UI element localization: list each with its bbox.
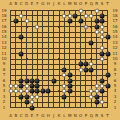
black-stone-M7[interactable] <box>67 73 72 78</box>
coord-label-top: E <box>31 2 34 6</box>
white-stone-B5[interactable] <box>13 83 18 88</box>
coord-label-top: Q <box>90 2 93 6</box>
black-stone-T11[interactable] <box>105 51 110 56</box>
coord-label-bottom: G <box>41 114 44 118</box>
coord-label-left: 3 <box>3 95 6 99</box>
grid-line-v <box>75 10 76 108</box>
coord-label-top: R <box>95 2 98 6</box>
white-stone-Q4[interactable] <box>89 89 94 94</box>
white-stone-D4[interactable] <box>24 89 29 94</box>
black-stone-J6[interactable] <box>51 78 56 83</box>
coord-label-right: 12 <box>112 46 117 50</box>
go-board[interactable]: AA1919BB1818CC1717DD1616EE1515FF1414GG13… <box>0 0 120 120</box>
white-stone-S12[interactable] <box>100 46 105 51</box>
black-stone-F4[interactable] <box>35 89 40 94</box>
coord-label-right: 16 <box>112 25 117 29</box>
star-point <box>58 90 60 92</box>
coord-label-bottom: C <box>20 114 23 118</box>
white-stone-R15[interactable] <box>94 30 99 35</box>
coord-label-bottom: S <box>101 114 104 118</box>
black-stone-N18[interactable] <box>73 13 78 18</box>
white-stone-E2[interactable] <box>30 100 35 105</box>
coord-label-top: A <box>9 2 12 6</box>
white-stone-S10[interactable] <box>100 57 105 62</box>
white-stone-L7[interactable] <box>62 73 67 78</box>
coord-label-left: 8 <box>3 68 6 72</box>
black-stone-Q8[interactable] <box>89 67 94 72</box>
white-stone-S14[interactable] <box>100 35 105 40</box>
white-stone-R5[interactable] <box>94 83 99 88</box>
black-stone-F6[interactable] <box>35 78 40 83</box>
grid-line-h <box>10 107 108 108</box>
black-stone-L3[interactable] <box>62 94 67 99</box>
black-stone-S17[interactable] <box>100 19 105 24</box>
coord-label-bottom: F <box>36 114 38 118</box>
black-stone-M5[interactable] <box>67 83 72 88</box>
coord-label-top: J <box>53 2 54 6</box>
black-stone-C14[interactable] <box>19 35 24 40</box>
white-stone-Q18[interactable] <box>89 13 94 18</box>
coord-label-right: 4 <box>114 89 117 93</box>
white-stone-C4[interactable] <box>19 89 24 94</box>
coord-label-right: 6 <box>114 79 117 83</box>
white-stone-S16[interactable] <box>100 24 105 29</box>
white-stone-O19[interactable] <box>78 8 83 13</box>
coord-label-bottom: D <box>25 114 28 118</box>
coord-label-bottom: A <box>9 114 12 118</box>
black-stone-B17[interactable] <box>13 19 18 24</box>
black-stone-S4[interactable] <box>100 89 105 94</box>
coord-label-left: 1 <box>3 106 6 110</box>
coord-label-left: 17 <box>1 19 6 23</box>
gray-stone-P16[interactable] <box>83 24 88 29</box>
coord-label-left: 14 <box>1 35 6 39</box>
black-stone-E1[interactable] <box>30 105 35 110</box>
coord-label-bottom: L <box>63 114 65 118</box>
black-stone-C3[interactable] <box>19 94 24 99</box>
coord-label-right: 11 <box>112 52 117 56</box>
coord-label-top: P <box>85 2 87 6</box>
black-stone-T5[interactable] <box>105 83 110 88</box>
coord-label-bottom: B <box>15 114 18 118</box>
black-stone-Q13[interactable] <box>89 40 94 45</box>
star-point <box>58 26 60 28</box>
coord-label-left: 7 <box>3 73 6 77</box>
coord-label-top: K <box>58 2 61 6</box>
coord-label-bottom: N <box>74 114 77 118</box>
coord-label-top: H <box>47 2 50 6</box>
coord-label-left: 11 <box>1 52 6 56</box>
black-stone-M6[interactable] <box>67 78 72 83</box>
black-stone-L8[interactable] <box>62 67 67 72</box>
coord-label-bottom: K <box>58 114 61 118</box>
coord-label-left: 18 <box>1 14 6 18</box>
grid-line-v <box>107 10 108 108</box>
white-stone-C18[interactable] <box>19 13 24 18</box>
white-stone-A5[interactable] <box>8 83 13 88</box>
coord-label-right: 15 <box>112 30 117 34</box>
coord-label-top: F <box>36 2 38 6</box>
star-point <box>90 26 92 28</box>
black-stone-P8[interactable] <box>83 67 88 72</box>
coord-label-right: 3 <box>114 95 117 99</box>
black-stone-T14[interactable] <box>105 35 110 40</box>
coord-label-right: 5 <box>114 84 117 88</box>
coord-label-left: 5 <box>3 84 6 88</box>
white-stone-S5[interactable] <box>100 83 105 88</box>
coord-label-right: 2 <box>114 100 117 104</box>
coord-label-top: N <box>74 2 77 6</box>
coord-label-left: 15 <box>1 30 6 34</box>
black-stone-R3[interactable] <box>94 94 99 99</box>
coord-label-right: 14 <box>112 35 117 39</box>
black-stone-E4[interactable] <box>30 89 35 94</box>
black-stone-R17[interactable] <box>94 19 99 24</box>
coord-label-right: 1 <box>114 106 117 110</box>
white-stone-L4[interactable] <box>62 89 67 94</box>
black-stone-C11[interactable] <box>19 51 24 56</box>
coord-label-top: B <box>15 2 18 6</box>
white-stone-S2[interactable] <box>100 100 105 105</box>
coord-label-right: 8 <box>114 68 117 72</box>
coord-label-top: T <box>106 2 108 6</box>
white-stone-L18[interactable] <box>62 13 67 18</box>
coord-label-bottom: J <box>53 114 54 118</box>
black-stone-T7[interactable] <box>105 73 110 78</box>
black-stone-D2[interactable] <box>24 100 29 105</box>
white-stone-D17[interactable] <box>24 19 29 24</box>
black-stone-M17[interactable] <box>67 19 72 24</box>
coord-label-right: 18 <box>112 14 117 18</box>
coord-label-top: O <box>79 2 82 6</box>
coord-label-top: M <box>68 2 71 6</box>
white-stone-O8[interactable] <box>78 67 83 72</box>
coord-label-bottom: R <box>95 114 98 118</box>
coord-label-left: 13 <box>1 41 6 45</box>
black-stone-C6[interactable] <box>19 78 24 83</box>
coord-label-top: L <box>63 2 65 6</box>
coord-label-right: 13 <box>112 41 117 45</box>
black-stone-M4[interactable] <box>67 89 72 94</box>
coord-label-bottom: O <box>79 114 82 118</box>
coord-label-right: 17 <box>112 19 117 23</box>
star-point <box>26 26 28 28</box>
coord-label-left: 6 <box>3 79 6 83</box>
white-stone-M18[interactable] <box>67 13 72 18</box>
black-stone-D3[interactable] <box>24 94 29 99</box>
coord-label-left: 9 <box>3 62 6 66</box>
coord-label-bottom: E <box>31 114 34 118</box>
black-stone-E6[interactable] <box>30 78 35 83</box>
black-stone-D6[interactable] <box>24 78 29 83</box>
coord-label-right: 9 <box>114 62 117 66</box>
coord-label-bottom: M <box>68 114 71 118</box>
coord-label-left: 2 <box>3 100 6 104</box>
coord-label-left: 16 <box>1 25 6 29</box>
star-point <box>58 58 60 60</box>
coord-label-top: S <box>101 2 104 6</box>
black-stone-C5[interactable] <box>19 83 24 88</box>
coord-label-left: 12 <box>1 46 6 50</box>
white-stone-A4[interactable] <box>8 89 13 94</box>
white-stone-D5[interactable] <box>24 83 29 88</box>
star-point <box>90 58 92 60</box>
black-stone-F5[interactable] <box>35 83 40 88</box>
black-stone-R16[interactable] <box>94 24 99 29</box>
coord-label-bottom: T <box>106 114 108 118</box>
coord-label-bottom: H <box>47 114 50 118</box>
black-stone-H4[interactable] <box>46 89 51 94</box>
white-stone-R4[interactable] <box>94 89 99 94</box>
black-stone-E5[interactable] <box>30 83 35 88</box>
white-stone-P18[interactable] <box>83 13 88 18</box>
coord-label-top: D <box>25 2 28 6</box>
white-stone-Q3[interactable] <box>89 94 94 99</box>
coord-label-top: C <box>20 2 23 6</box>
coord-label-bottom: P <box>85 114 87 118</box>
coord-label-top: G <box>41 2 44 6</box>
white-stone-R19[interactable] <box>94 8 99 13</box>
black-stone-G4[interactable] <box>40 89 45 94</box>
star-point <box>26 58 28 60</box>
white-stone-Q9[interactable] <box>89 62 94 67</box>
white-stone-B4[interactable] <box>13 89 18 94</box>
grid-line-h <box>10 75 108 76</box>
coord-label-left: 4 <box>3 89 6 93</box>
black-stone-S18[interactable] <box>100 13 105 18</box>
coord-label-bottom: Q <box>90 114 93 118</box>
grid-line-v <box>80 10 81 108</box>
white-stone-E3[interactable] <box>30 94 35 99</box>
black-stone-O9[interactable] <box>78 62 83 67</box>
black-stone-S6[interactable] <box>100 78 105 83</box>
black-stone-P9[interactable] <box>83 62 88 67</box>
black-stone-R2[interactable] <box>94 100 99 105</box>
white-stone-S15[interactable] <box>100 30 105 35</box>
black-stone-O17[interactable] <box>78 19 83 24</box>
black-stone-S11[interactable] <box>100 51 105 56</box>
white-stone-F3[interactable] <box>35 94 40 99</box>
white-stone-L5[interactable] <box>62 83 67 88</box>
coord-label-right: 7 <box>114 73 117 77</box>
white-stone-F16[interactable] <box>35 24 40 29</box>
